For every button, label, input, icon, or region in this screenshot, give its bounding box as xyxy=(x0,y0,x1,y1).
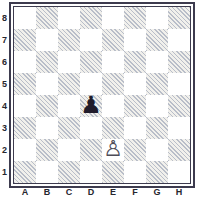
chess-diagram: 87654321 ♟♙ ABCDEFGH xyxy=(0,0,197,200)
square-a3[interactable] xyxy=(14,117,36,139)
file-label-b: B xyxy=(36,187,58,197)
square-d6[interactable] xyxy=(80,51,102,73)
square-e7[interactable] xyxy=(102,29,124,51)
square-a6[interactable] xyxy=(14,51,36,73)
file-label-d: D xyxy=(80,187,102,197)
square-g6[interactable] xyxy=(146,51,168,73)
square-e1[interactable] xyxy=(102,161,124,183)
square-g2[interactable] xyxy=(146,139,168,161)
square-c7[interactable] xyxy=(58,29,80,51)
rank-label-8: 8 xyxy=(0,7,9,29)
square-c1[interactable] xyxy=(58,161,80,183)
square-d1[interactable] xyxy=(80,161,102,183)
square-g1[interactable] xyxy=(146,161,168,183)
rank-label-7: 7 xyxy=(0,29,9,51)
square-h7[interactable] xyxy=(168,29,190,51)
square-h4[interactable] xyxy=(168,95,190,117)
square-f1[interactable] xyxy=(124,161,146,183)
square-d5[interactable] xyxy=(80,73,102,95)
square-g8[interactable] xyxy=(146,7,168,29)
board-frame: ♟♙ xyxy=(9,2,195,188)
square-a1[interactable] xyxy=(14,161,36,183)
square-a7[interactable] xyxy=(14,29,36,51)
rank-label-4: 4 xyxy=(0,95,9,117)
square-e6[interactable] xyxy=(102,51,124,73)
square-g5[interactable] xyxy=(146,73,168,95)
square-b1[interactable] xyxy=(36,161,58,183)
square-b7[interactable] xyxy=(36,29,58,51)
square-d4[interactable]: ♟ xyxy=(80,95,102,117)
square-c3[interactable] xyxy=(58,117,80,139)
rank-label-6: 6 xyxy=(0,51,9,73)
square-e4[interactable] xyxy=(102,95,124,117)
file-label-g: G xyxy=(146,187,168,197)
file-label-c: C xyxy=(58,187,80,197)
square-f8[interactable] xyxy=(124,7,146,29)
square-a4[interactable] xyxy=(14,95,36,117)
square-f2[interactable] xyxy=(124,139,146,161)
file-label-h: H xyxy=(168,187,190,197)
file-label-f: F xyxy=(124,187,146,197)
square-b8[interactable] xyxy=(36,7,58,29)
square-g4[interactable] xyxy=(146,95,168,117)
file-label-e: E xyxy=(102,187,124,197)
square-b4[interactable] xyxy=(36,95,58,117)
white-pawn[interactable]: ♙ xyxy=(103,139,123,160)
square-d8[interactable] xyxy=(80,7,102,29)
square-f3[interactable] xyxy=(124,117,146,139)
square-c6[interactable] xyxy=(58,51,80,73)
square-f4[interactable] xyxy=(124,95,146,117)
square-b3[interactable] xyxy=(36,117,58,139)
square-b5[interactable] xyxy=(36,73,58,95)
square-e3[interactable] xyxy=(102,117,124,139)
square-d7[interactable] xyxy=(80,29,102,51)
file-label-a: A xyxy=(14,187,36,197)
square-h1[interactable] xyxy=(168,161,190,183)
square-h6[interactable] xyxy=(168,51,190,73)
rank-label-5: 5 xyxy=(0,73,9,95)
square-h8[interactable] xyxy=(168,7,190,29)
rank-labels: 87654321 xyxy=(0,7,9,183)
chess-board: ♟♙ xyxy=(14,7,190,183)
square-c5[interactable] xyxy=(58,73,80,95)
square-b2[interactable] xyxy=(36,139,58,161)
square-a2[interactable] xyxy=(14,139,36,161)
square-f6[interactable] xyxy=(124,51,146,73)
square-c8[interactable] xyxy=(58,7,80,29)
rank-label-3: 3 xyxy=(0,117,9,139)
square-c4[interactable] xyxy=(58,95,80,117)
rank-label-2: 2 xyxy=(0,139,9,161)
square-e8[interactable] xyxy=(102,7,124,29)
square-g7[interactable] xyxy=(146,29,168,51)
square-a5[interactable] xyxy=(14,73,36,95)
rank-label-1: 1 xyxy=(0,161,9,183)
square-e2[interactable]: ♙ xyxy=(102,139,124,161)
square-h5[interactable] xyxy=(168,73,190,95)
square-h2[interactable] xyxy=(168,139,190,161)
square-f7[interactable] xyxy=(124,29,146,51)
square-h3[interactable] xyxy=(168,117,190,139)
square-f5[interactable] xyxy=(124,73,146,95)
square-b6[interactable] xyxy=(36,51,58,73)
square-a8[interactable] xyxy=(14,7,36,29)
file-labels: ABCDEFGH xyxy=(14,187,190,197)
black-pawn[interactable]: ♟ xyxy=(80,95,102,116)
square-e5[interactable] xyxy=(102,73,124,95)
square-d3[interactable] xyxy=(80,117,102,139)
square-d2[interactable] xyxy=(80,139,102,161)
square-c2[interactable] xyxy=(58,139,80,161)
square-g3[interactable] xyxy=(146,117,168,139)
